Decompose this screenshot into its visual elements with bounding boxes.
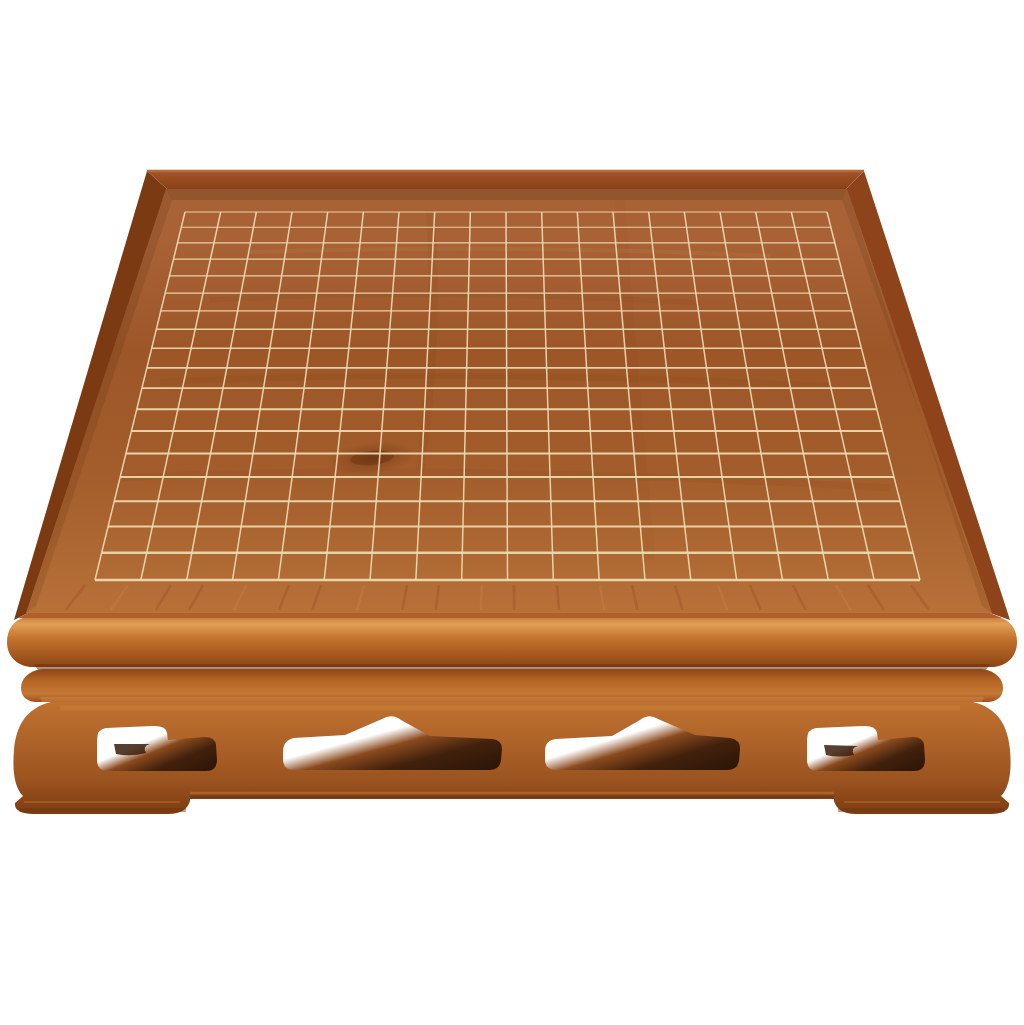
goban-product-photo bbox=[0, 0, 1024, 1025]
goban bbox=[0, 0, 1024, 1025]
board-top bbox=[14, 171, 1010, 620]
cove-bottom-highlight bbox=[40, 697, 984, 702]
grain-tick bbox=[481, 585, 482, 610]
goban-base bbox=[7, 617, 1017, 814]
board-frame-front-rim bbox=[18, 613, 1002, 618]
base-molding bbox=[7, 617, 1017, 667]
board-frame-top-rim bbox=[147, 171, 864, 189]
board-surface bbox=[26, 189, 992, 613]
rim-inner-shadow bbox=[166, 189, 847, 200]
